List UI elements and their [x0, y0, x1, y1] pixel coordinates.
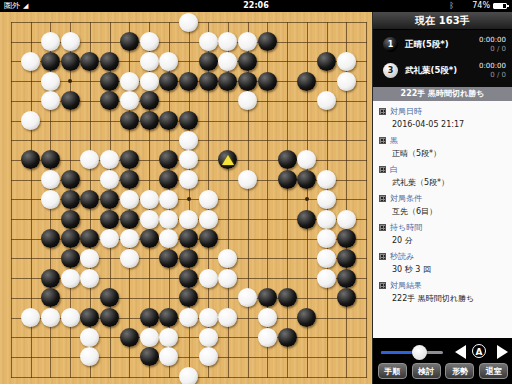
black-stone — [100, 288, 119, 307]
action-button-row: 手順検討形勢退室 — [373, 363, 512, 379]
previous-move-button[interactable] — [455, 345, 466, 359]
black-stone — [120, 170, 139, 189]
black-stone — [337, 249, 356, 268]
app-screen: 圏外◢ 22:06 ᛒ 74% 現在 163手 1正晴(5段*)0:00:000… — [0, 0, 512, 384]
white-stone — [159, 229, 178, 248]
white-stone — [199, 269, 218, 288]
black-stone — [120, 32, 139, 51]
move-slider[interactable] — [381, 351, 443, 354]
white-stone — [218, 308, 237, 327]
action-button-形勢[interactable]: 形勢 — [445, 363, 474, 379]
white-stone — [238, 170, 257, 189]
bluetooth-icon: ᛒ — [449, 0, 454, 12]
info-label: 白 — [379, 163, 512, 176]
board-bullet-icon — [379, 108, 386, 115]
white-stone — [41, 190, 60, 209]
white-stone — [317, 269, 336, 288]
black-stone — [159, 170, 178, 189]
black-stone — [258, 288, 277, 307]
black-stone — [61, 190, 80, 209]
player-periods: 0 / 0 — [490, 45, 506, 53]
grid-line-v — [287, 22, 288, 378]
player-row: 3武礼葉(5段*)0:00:000 / 0 — [373, 58, 512, 84]
black-stone — [278, 288, 297, 307]
white-stone — [120, 72, 139, 91]
black-stone — [297, 308, 316, 327]
white-stone — [317, 249, 336, 268]
board-bullet-icon — [379, 137, 386, 144]
black-stone — [120, 111, 139, 130]
white-stone — [100, 150, 119, 169]
white-stone — [159, 190, 178, 209]
last-move-marker — [222, 155, 234, 165]
grid-line-h — [11, 357, 367, 358]
white-stone — [317, 229, 336, 248]
white-stone — [317, 210, 336, 229]
player-stone-badge: 1 — [383, 37, 398, 52]
white-stone — [238, 288, 257, 307]
info-value: 正晴（5段*） — [379, 147, 512, 160]
white-stone — [258, 308, 277, 327]
info-label: 対局結果 — [379, 279, 512, 292]
black-stone — [41, 229, 60, 248]
info-value: 互先（6目） — [379, 205, 512, 218]
star-point — [305, 197, 309, 201]
info-label: 対局日時 — [379, 105, 512, 118]
black-stone — [61, 229, 80, 248]
grid-line-h — [11, 337, 367, 338]
white-stone — [179, 13, 198, 32]
white-stone — [218, 249, 237, 268]
white-stone — [80, 269, 99, 288]
white-stone — [199, 328, 218, 347]
white-stone — [100, 229, 119, 248]
white-stone — [140, 190, 159, 209]
black-stone — [100, 72, 119, 91]
white-stone — [199, 32, 218, 51]
white-stone — [61, 308, 80, 327]
black-stone — [199, 229, 218, 248]
white-stone — [199, 190, 218, 209]
white-stone — [140, 72, 159, 91]
white-stone — [199, 308, 218, 327]
white-stone — [218, 32, 237, 51]
info-value: 2016-04-05 21:17 — [379, 118, 512, 131]
black-stone — [159, 249, 178, 268]
white-stone — [61, 269, 80, 288]
white-stone — [120, 229, 139, 248]
black-stone — [159, 150, 178, 169]
white-stone — [21, 308, 40, 327]
white-stone — [41, 72, 60, 91]
white-stone — [159, 347, 178, 366]
white-stone — [218, 52, 237, 71]
player-time: 0:00:00 — [479, 62, 506, 70]
white-stone — [179, 170, 198, 189]
black-stone — [61, 249, 80, 268]
info-label: 秒読み — [379, 250, 512, 263]
black-stone — [140, 308, 159, 327]
white-stone — [41, 308, 60, 327]
black-stone — [80, 190, 99, 209]
white-stone — [337, 72, 356, 91]
black-stone — [140, 229, 159, 248]
move-slider-knob[interactable] — [412, 345, 427, 360]
black-stone — [159, 72, 178, 91]
white-stone — [100, 170, 119, 189]
white-stone — [80, 249, 99, 268]
star-point — [68, 79, 72, 83]
white-stone — [140, 328, 159, 347]
black-stone — [297, 210, 316, 229]
board-bullet-icon — [379, 253, 386, 260]
white-stone — [317, 91, 336, 110]
white-stone — [179, 131, 198, 150]
black-stone — [238, 72, 257, 91]
white-stone — [317, 170, 336, 189]
white-stone — [238, 32, 257, 51]
black-stone — [120, 150, 139, 169]
board-bullet-icon — [379, 195, 386, 202]
autoplay-button[interactable]: A — [472, 344, 486, 358]
current-move-header: 現在 163手 — [373, 12, 512, 30]
black-stone — [41, 52, 60, 71]
info-value: 20 分 — [379, 234, 512, 247]
info-label: 黒 — [379, 134, 512, 147]
game-info-panel: 現在 163手 1正晴(5段*)0:00:000 / 03武礼葉(5段*)0:0… — [372, 12, 512, 384]
black-stone — [100, 91, 119, 110]
next-move-button[interactable] — [497, 345, 508, 359]
white-stone — [159, 52, 178, 71]
black-stone — [238, 52, 257, 71]
go-board[interactable] — [0, 12, 372, 384]
white-stone — [179, 308, 198, 327]
player-time: 0:00:00 — [479, 36, 506, 44]
player-row: 1正晴(5段*)0:00:000 / 0 — [373, 32, 512, 58]
black-stone — [100, 210, 119, 229]
white-stone — [199, 210, 218, 229]
black-stone — [317, 52, 336, 71]
black-stone — [100, 190, 119, 209]
black-stone — [337, 288, 356, 307]
white-stone — [120, 249, 139, 268]
white-stone — [218, 269, 237, 288]
black-stone — [120, 328, 139, 347]
white-stone — [317, 190, 336, 209]
black-stone — [61, 210, 80, 229]
battery-percent-label: 74% — [472, 0, 490, 12]
info-value: 30 秒 3 回 — [379, 263, 512, 276]
grid-line-v — [366, 22, 367, 378]
white-stone — [297, 150, 316, 169]
black-stone — [80, 52, 99, 71]
player-name: 正晴(5段*) — [405, 39, 449, 51]
white-stone — [80, 347, 99, 366]
white-stone — [41, 91, 60, 110]
black-stone — [297, 170, 316, 189]
black-stone — [159, 111, 178, 130]
white-stone — [159, 210, 178, 229]
black-stone — [179, 269, 198, 288]
black-stone — [179, 249, 198, 268]
white-stone — [179, 367, 198, 384]
board-bullet-icon — [379, 224, 386, 231]
black-stone — [41, 150, 60, 169]
black-stone — [159, 308, 178, 327]
result-banner: 222手 黒時間切れ勝ち — [373, 87, 512, 101]
black-stone — [140, 347, 159, 366]
black-stone — [337, 269, 356, 288]
black-stone — [80, 229, 99, 248]
move-slider-row: A — [373, 344, 512, 360]
white-stone — [140, 32, 159, 51]
black-stone — [41, 269, 60, 288]
black-stone — [179, 111, 198, 130]
action-button-手順[interactable]: 手順 — [378, 363, 407, 379]
white-stone — [120, 190, 139, 209]
black-stone — [199, 72, 218, 91]
black-stone — [258, 32, 277, 51]
white-stone — [120, 91, 139, 110]
white-stone — [179, 150, 198, 169]
black-stone — [41, 288, 60, 307]
black-stone — [120, 210, 139, 229]
clock-label: 22:06 — [0, 0, 512, 12]
black-stone — [21, 150, 40, 169]
battery-icon — [493, 3, 507, 9]
action-button-検討[interactable]: 検討 — [412, 363, 441, 379]
player-name: 武礼葉(5段*) — [405, 65, 457, 77]
white-stone — [21, 52, 40, 71]
playback-controls: A 手順検討形勢退室 — [373, 338, 512, 384]
black-stone — [258, 72, 277, 91]
status-bar: 圏外◢ 22:06 ᛒ 74% — [0, 0, 512, 12]
white-stone — [41, 170, 60, 189]
board-bullet-icon — [379, 166, 386, 173]
white-stone — [337, 210, 356, 229]
black-stone — [337, 229, 356, 248]
black-stone — [61, 91, 80, 110]
black-stone — [179, 288, 198, 307]
black-stone — [80, 308, 99, 327]
white-stone — [80, 328, 99, 347]
white-stone — [159, 328, 178, 347]
white-stone — [337, 52, 356, 71]
white-stone — [179, 210, 198, 229]
player-list: 1正晴(5段*)0:00:000 / 03武礼葉(5段*)0:00:000 / … — [373, 30, 512, 87]
game-detail-list: 対局日時2016-04-05 21:17黒正晴（5段*）白武礼葉（5段*）対局条… — [373, 101, 512, 342]
info-value: 222手 黒時間切れ勝ち — [379, 292, 512, 305]
white-stone — [199, 347, 218, 366]
info-label: 持ち時間 — [379, 221, 512, 234]
white-stone — [140, 52, 159, 71]
black-stone — [100, 52, 119, 71]
black-stone — [179, 229, 198, 248]
white-stone — [80, 150, 99, 169]
white-stone — [21, 111, 40, 130]
black-stone — [199, 52, 218, 71]
white-stone — [140, 210, 159, 229]
info-value: 武礼葉（5段*） — [379, 176, 512, 189]
black-stone — [61, 52, 80, 71]
black-stone — [218, 72, 237, 91]
black-stone — [278, 150, 297, 169]
black-stone — [140, 91, 159, 110]
white-stone — [258, 328, 277, 347]
black-stone — [297, 72, 316, 91]
white-stone — [41, 32, 60, 51]
white-stone — [238, 91, 257, 110]
black-stone — [61, 170, 80, 189]
black-stone — [179, 72, 198, 91]
black-stone — [278, 170, 297, 189]
player-periods: 0 / 0 — [490, 71, 506, 79]
star-point — [187, 197, 191, 201]
player-stone-badge: 3 — [383, 63, 398, 78]
black-stone — [100, 308, 119, 327]
black-stone — [140, 111, 159, 130]
info-label: 対局条件 — [379, 192, 512, 205]
board-bullet-icon — [379, 282, 386, 289]
black-stone — [278, 328, 297, 347]
action-button-退室[interactable]: 退室 — [479, 363, 508, 379]
white-stone — [61, 32, 80, 51]
